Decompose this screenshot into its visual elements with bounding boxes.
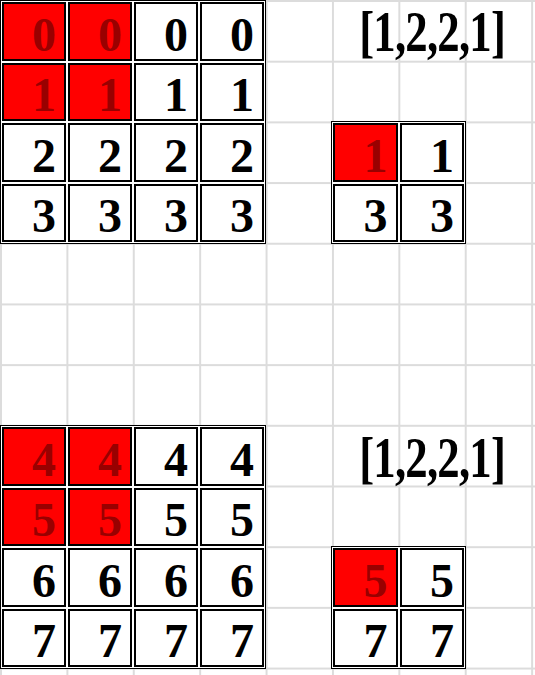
grid-cell: 5	[200, 488, 264, 547]
grid-cell: 2	[68, 123, 132, 182]
grid-cell: 6	[2, 548, 66, 607]
grid-cell: 0	[200, 2, 264, 61]
grid-cell: 3	[333, 184, 398, 243]
grid-cell: 1	[200, 63, 264, 122]
result-grid-top: 1133	[331, 121, 466, 244]
grid-cell: 1	[68, 63, 132, 122]
kernel-label-top-text: [1,2,2,1]	[359, 4, 505, 60]
spreadsheet-background: 0000111122223333 [1,2,2,1] 1133 44445555…	[0, 0, 535, 675]
grid-cell: 6	[200, 548, 264, 607]
grid-cell: 7	[400, 609, 465, 668]
grid-cell: 2	[200, 123, 264, 182]
grid-cell: 5	[134, 488, 198, 547]
matrix-grid-bottom: 4444555566667777	[0, 425, 266, 669]
grid-cell: 0	[134, 2, 198, 61]
grid-cell: 3	[2, 184, 66, 243]
grid-cell: 6	[68, 548, 132, 607]
grid-cell: 5	[68, 488, 132, 547]
result-grid-bottom: 5577	[331, 546, 466, 669]
grid-cell: 6	[134, 548, 198, 607]
grid-cell: 7	[333, 609, 398, 668]
grid-cell: 4	[2, 427, 66, 486]
grid-cell: 7	[2, 609, 66, 668]
grid-cell: 3	[68, 184, 132, 243]
grid-cell: 7	[134, 609, 198, 668]
grid-cell: 3	[134, 184, 198, 243]
grid-cell: 5	[2, 488, 66, 547]
grid-cell: 2	[2, 123, 66, 182]
grid-cell: 4	[68, 427, 132, 486]
grid-cell: 3	[400, 184, 465, 243]
kernel-label-top: [1,2,2,1]	[332, 2, 532, 62]
grid-cell: 7	[200, 609, 264, 668]
kernel-label-bottom: [1,2,2,1]	[332, 428, 532, 488]
kernel-label-bottom-text: [1,2,2,1]	[359, 430, 505, 486]
grid-cell: 1	[333, 123, 398, 182]
grid-cell: 4	[134, 427, 198, 486]
grid-cell: 5	[400, 548, 465, 607]
grid-cell: 0	[68, 2, 132, 61]
grid-cell: 3	[200, 184, 264, 243]
grid-cell: 7	[68, 609, 132, 668]
grid-cell: 1	[400, 123, 465, 182]
grid-cell: 2	[134, 123, 198, 182]
grid-cell: 0	[2, 2, 66, 61]
grid-cell: 1	[134, 63, 198, 122]
grid-cell: 1	[2, 63, 66, 122]
matrix-grid-top: 0000111122223333	[0, 0, 266, 244]
grid-cell: 5	[333, 548, 398, 607]
grid-cell: 4	[200, 427, 264, 486]
